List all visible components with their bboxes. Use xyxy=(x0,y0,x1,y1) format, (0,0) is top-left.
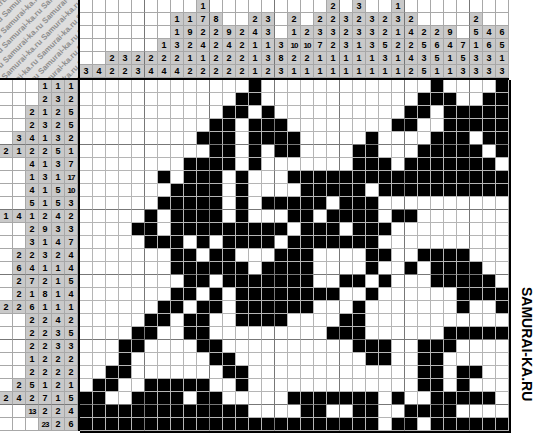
grid-cell[interactable] xyxy=(379,301,392,314)
grid-cell[interactable] xyxy=(353,366,366,379)
grid-cell[interactable] xyxy=(496,132,509,145)
grid-cell[interactable] xyxy=(457,197,470,210)
grid-cell[interactable] xyxy=(106,379,119,392)
grid-cell[interactable] xyxy=(132,184,145,197)
grid-cell[interactable] xyxy=(197,353,210,366)
grid-cell[interactable] xyxy=(262,158,275,171)
grid-cell[interactable] xyxy=(288,106,301,119)
grid-cell[interactable] xyxy=(275,392,288,405)
grid-cell[interactable] xyxy=(262,275,275,288)
grid-cell[interactable] xyxy=(262,132,275,145)
grid-cell[interactable] xyxy=(457,93,470,106)
grid-cell[interactable] xyxy=(301,249,314,262)
grid-cell[interactable] xyxy=(106,262,119,275)
grid-cell[interactable] xyxy=(288,314,301,327)
grid-cell[interactable] xyxy=(171,418,184,431)
grid-cell[interactable] xyxy=(262,288,275,301)
grid-cell[interactable] xyxy=(405,405,418,418)
grid-cell[interactable] xyxy=(483,418,496,431)
grid-cell[interactable] xyxy=(431,262,444,275)
grid-cell[interactable] xyxy=(314,418,327,431)
grid-cell[interactable] xyxy=(496,145,509,158)
grid-cell[interactable] xyxy=(249,405,262,418)
grid-cell[interactable] xyxy=(470,93,483,106)
grid-cell[interactable] xyxy=(470,353,483,366)
grid-cell[interactable] xyxy=(132,197,145,210)
grid-cell[interactable] xyxy=(314,145,327,158)
grid-cell[interactable] xyxy=(106,275,119,288)
grid-cell[interactable] xyxy=(379,353,392,366)
grid-cell[interactable] xyxy=(262,366,275,379)
grid-cell[interactable] xyxy=(106,353,119,366)
grid-cell[interactable] xyxy=(93,340,106,353)
grid-cell[interactable] xyxy=(379,314,392,327)
grid-cell[interactable] xyxy=(496,119,509,132)
grid-cell[interactable] xyxy=(132,288,145,301)
grid-cell[interactable] xyxy=(353,275,366,288)
grid-cell[interactable] xyxy=(236,158,249,171)
grid-cell[interactable] xyxy=(119,262,132,275)
grid-cell[interactable] xyxy=(366,379,379,392)
grid-cell[interactable] xyxy=(275,314,288,327)
grid-cell[interactable] xyxy=(275,379,288,392)
grid-cell[interactable] xyxy=(405,262,418,275)
grid-cell[interactable] xyxy=(132,366,145,379)
grid-cell[interactable] xyxy=(119,132,132,145)
grid-cell[interactable] xyxy=(210,106,223,119)
grid-cell[interactable] xyxy=(457,340,470,353)
grid-cell[interactable] xyxy=(327,301,340,314)
grid-cell[interactable] xyxy=(119,379,132,392)
grid-cell[interactable] xyxy=(353,106,366,119)
grid-cell[interactable] xyxy=(327,236,340,249)
grid-cell[interactable] xyxy=(327,145,340,158)
grid-cell[interactable] xyxy=(366,262,379,275)
grid-cell[interactable] xyxy=(392,171,405,184)
grid-cell[interactable] xyxy=(236,418,249,431)
grid-cell[interactable] xyxy=(366,249,379,262)
grid-cell[interactable] xyxy=(392,275,405,288)
grid-cell[interactable] xyxy=(366,418,379,431)
grid-cell[interactable] xyxy=(379,327,392,340)
grid-cell[interactable] xyxy=(171,106,184,119)
grid-cell[interactable] xyxy=(444,197,457,210)
grid-cell[interactable] xyxy=(132,236,145,249)
grid-cell[interactable] xyxy=(275,106,288,119)
grid-cell[interactable] xyxy=(288,405,301,418)
grid-cell[interactable] xyxy=(496,262,509,275)
grid-cell[interactable] xyxy=(470,392,483,405)
grid-cell[interactable] xyxy=(366,210,379,223)
grid-cell[interactable] xyxy=(483,314,496,327)
grid-cell[interactable] xyxy=(93,158,106,171)
grid-cell[interactable] xyxy=(431,405,444,418)
grid-cell[interactable] xyxy=(340,236,353,249)
grid-cell[interactable] xyxy=(392,327,405,340)
grid-cell[interactable] xyxy=(262,184,275,197)
grid-cell[interactable] xyxy=(353,236,366,249)
grid-cell[interactable] xyxy=(80,392,93,405)
grid-cell[interactable] xyxy=(184,418,197,431)
grid-cell[interactable] xyxy=(223,132,236,145)
grid-cell[interactable] xyxy=(288,80,301,93)
grid-cell[interactable] xyxy=(93,236,106,249)
grid-cell[interactable] xyxy=(80,340,93,353)
grid-cell[interactable] xyxy=(470,288,483,301)
grid-cell[interactable] xyxy=(132,327,145,340)
grid-cell[interactable] xyxy=(444,262,457,275)
grid-cell[interactable] xyxy=(184,106,197,119)
grid-cell[interactable] xyxy=(353,171,366,184)
grid-cell[interactable] xyxy=(132,80,145,93)
grid-cell[interactable] xyxy=(119,327,132,340)
grid-cell[interactable] xyxy=(327,80,340,93)
grid-cell[interactable] xyxy=(275,236,288,249)
grid-cell[interactable] xyxy=(249,301,262,314)
grid-cell[interactable] xyxy=(470,171,483,184)
grid-cell[interactable] xyxy=(444,132,457,145)
grid-cell[interactable] xyxy=(340,340,353,353)
grid-cell[interactable] xyxy=(379,340,392,353)
grid-cell[interactable] xyxy=(353,405,366,418)
grid-cell[interactable] xyxy=(249,379,262,392)
grid-cell[interactable] xyxy=(418,132,431,145)
grid-cell[interactable] xyxy=(288,353,301,366)
grid-cell[interactable] xyxy=(80,80,93,93)
grid-cell[interactable] xyxy=(236,132,249,145)
grid-cell[interactable] xyxy=(470,106,483,119)
grid-cell[interactable] xyxy=(132,145,145,158)
grid-cell[interactable] xyxy=(275,93,288,106)
grid-cell[interactable] xyxy=(236,314,249,327)
grid-cell[interactable] xyxy=(353,197,366,210)
grid-cell[interactable] xyxy=(483,184,496,197)
grid-cell[interactable] xyxy=(457,158,470,171)
grid-cell[interactable] xyxy=(379,158,392,171)
grid-cell[interactable] xyxy=(353,379,366,392)
grid-cell[interactable] xyxy=(483,340,496,353)
grid-cell[interactable] xyxy=(353,223,366,236)
grid-cell[interactable] xyxy=(444,418,457,431)
grid-cell[interactable] xyxy=(223,392,236,405)
grid-cell[interactable] xyxy=(275,288,288,301)
grid-cell[interactable] xyxy=(340,93,353,106)
grid-cell[interactable] xyxy=(210,366,223,379)
grid-cell[interactable] xyxy=(366,145,379,158)
grid-cell[interactable] xyxy=(171,262,184,275)
grid-cell[interactable] xyxy=(80,327,93,340)
grid-cell[interactable] xyxy=(80,353,93,366)
grid-cell[interactable] xyxy=(197,236,210,249)
grid-cell[interactable] xyxy=(301,184,314,197)
grid-cell[interactable] xyxy=(275,132,288,145)
grid-cell[interactable] xyxy=(210,223,223,236)
grid-cell[interactable] xyxy=(262,301,275,314)
grid-cell[interactable] xyxy=(171,327,184,340)
grid-cell[interactable] xyxy=(158,249,171,262)
grid-cell[interactable] xyxy=(418,145,431,158)
grid-cell[interactable] xyxy=(444,249,457,262)
grid-cell[interactable] xyxy=(275,301,288,314)
grid-cell[interactable] xyxy=(366,223,379,236)
grid-cell[interactable] xyxy=(327,392,340,405)
grid-cell[interactable] xyxy=(119,106,132,119)
grid-cell[interactable] xyxy=(93,210,106,223)
grid-cell[interactable] xyxy=(340,275,353,288)
grid-cell[interactable] xyxy=(184,275,197,288)
grid-cell[interactable] xyxy=(80,197,93,210)
grid-cell[interactable] xyxy=(223,340,236,353)
grid-cell[interactable] xyxy=(80,145,93,158)
grid-cell[interactable] xyxy=(301,353,314,366)
grid-cell[interactable] xyxy=(262,171,275,184)
grid-cell[interactable] xyxy=(275,197,288,210)
grid-cell[interactable] xyxy=(106,184,119,197)
grid-cell[interactable] xyxy=(483,119,496,132)
grid-cell[interactable] xyxy=(418,314,431,327)
grid-cell[interactable] xyxy=(353,158,366,171)
grid-cell[interactable] xyxy=(483,80,496,93)
grid-cell[interactable] xyxy=(314,223,327,236)
grid-cell[interactable] xyxy=(496,236,509,249)
grid-cell[interactable] xyxy=(340,405,353,418)
grid-cell[interactable] xyxy=(340,301,353,314)
grid-cell[interactable] xyxy=(262,379,275,392)
grid-cell[interactable] xyxy=(145,171,158,184)
grid-cell[interactable] xyxy=(444,392,457,405)
grid-cell[interactable] xyxy=(288,275,301,288)
grid-cell[interactable] xyxy=(314,405,327,418)
grid-cell[interactable] xyxy=(171,145,184,158)
grid-cell[interactable] xyxy=(236,145,249,158)
grid-cell[interactable] xyxy=(314,158,327,171)
grid-cell[interactable] xyxy=(93,275,106,288)
grid-cell[interactable] xyxy=(158,158,171,171)
grid-cell[interactable] xyxy=(496,171,509,184)
grid-cell[interactable] xyxy=(145,249,158,262)
grid-cell[interactable] xyxy=(483,379,496,392)
grid-cell[interactable] xyxy=(223,171,236,184)
grid-cell[interactable] xyxy=(210,392,223,405)
grid-cell[interactable] xyxy=(314,366,327,379)
grid-cell[interactable] xyxy=(483,236,496,249)
grid-cell[interactable] xyxy=(184,249,197,262)
grid-cell[interactable] xyxy=(301,158,314,171)
grid-cell[interactable] xyxy=(249,80,262,93)
grid-cell[interactable] xyxy=(353,418,366,431)
grid-cell[interactable] xyxy=(171,158,184,171)
grid-cell[interactable] xyxy=(223,236,236,249)
grid-cell[interactable] xyxy=(210,249,223,262)
grid-cell[interactable] xyxy=(444,145,457,158)
grid-cell[interactable] xyxy=(379,197,392,210)
grid-cell[interactable] xyxy=(340,184,353,197)
grid-cell[interactable] xyxy=(418,405,431,418)
grid-cell[interactable] xyxy=(210,184,223,197)
grid-cell[interactable] xyxy=(262,197,275,210)
grid-cell[interactable] xyxy=(444,366,457,379)
grid-cell[interactable] xyxy=(470,210,483,223)
grid-cell[interactable] xyxy=(444,379,457,392)
grid-cell[interactable] xyxy=(457,418,470,431)
grid-cell[interactable] xyxy=(158,301,171,314)
grid-cell[interactable] xyxy=(496,327,509,340)
grid-cell[interactable] xyxy=(275,223,288,236)
grid-cell[interactable] xyxy=(379,379,392,392)
grid-cell[interactable] xyxy=(80,184,93,197)
grid-cell[interactable] xyxy=(431,275,444,288)
grid-cell[interactable] xyxy=(119,145,132,158)
grid-cell[interactable] xyxy=(405,327,418,340)
grid-cell[interactable] xyxy=(210,418,223,431)
grid-cell[interactable] xyxy=(236,93,249,106)
grid-cell[interactable] xyxy=(327,223,340,236)
grid-cell[interactable] xyxy=(249,93,262,106)
grid-cell[interactable] xyxy=(496,249,509,262)
grid-cell[interactable] xyxy=(301,80,314,93)
grid-cell[interactable] xyxy=(470,132,483,145)
grid-cell[interactable] xyxy=(145,366,158,379)
grid-cell[interactable] xyxy=(80,418,93,431)
grid-cell[interactable] xyxy=(119,366,132,379)
grid-cell[interactable] xyxy=(483,301,496,314)
grid-cell[interactable] xyxy=(327,171,340,184)
grid-cell[interactable] xyxy=(223,379,236,392)
grid-cell[interactable] xyxy=(275,158,288,171)
grid-cell[interactable] xyxy=(236,366,249,379)
grid-cell[interactable] xyxy=(496,223,509,236)
grid-cell[interactable] xyxy=(119,288,132,301)
grid-cell[interactable] xyxy=(483,210,496,223)
grid-cell[interactable] xyxy=(457,106,470,119)
grid-cell[interactable] xyxy=(210,314,223,327)
grid-cell[interactable] xyxy=(444,171,457,184)
grid-cell[interactable] xyxy=(366,106,379,119)
grid-cell[interactable] xyxy=(496,379,509,392)
grid-cell[interactable] xyxy=(353,210,366,223)
grid-cell[interactable] xyxy=(340,197,353,210)
grid-cell[interactable] xyxy=(353,184,366,197)
grid-cell[interactable] xyxy=(431,93,444,106)
grid-cell[interactable] xyxy=(301,223,314,236)
grid-cell[interactable] xyxy=(158,197,171,210)
grid-cell[interactable] xyxy=(483,353,496,366)
grid-cell[interactable] xyxy=(223,405,236,418)
grid-cell[interactable] xyxy=(327,405,340,418)
grid-cell[interactable] xyxy=(223,80,236,93)
grid-cell[interactable] xyxy=(106,340,119,353)
grid-cell[interactable] xyxy=(301,275,314,288)
grid-cell[interactable] xyxy=(210,171,223,184)
grid-cell[interactable] xyxy=(301,171,314,184)
grid-cell[interactable] xyxy=(197,184,210,197)
grid-cell[interactable] xyxy=(301,106,314,119)
grid-cell[interactable] xyxy=(457,171,470,184)
grid-cell[interactable] xyxy=(301,340,314,353)
grid-cell[interactable] xyxy=(418,236,431,249)
grid-cell[interactable] xyxy=(184,340,197,353)
grid-cell[interactable] xyxy=(418,301,431,314)
grid-cell[interactable] xyxy=(379,145,392,158)
grid-cell[interactable] xyxy=(405,145,418,158)
grid-cell[interactable] xyxy=(171,392,184,405)
grid-cell[interactable] xyxy=(119,197,132,210)
grid-cell[interactable] xyxy=(457,327,470,340)
grid-cell[interactable] xyxy=(418,197,431,210)
grid-cell[interactable] xyxy=(327,418,340,431)
grid-cell[interactable] xyxy=(314,327,327,340)
grid-cell[interactable] xyxy=(353,301,366,314)
grid-cell[interactable] xyxy=(197,379,210,392)
grid-cell[interactable] xyxy=(132,93,145,106)
grid-cell[interactable] xyxy=(379,132,392,145)
grid-cell[interactable] xyxy=(314,171,327,184)
grid-cell[interactable] xyxy=(444,184,457,197)
grid-cell[interactable] xyxy=(392,288,405,301)
grid-cell[interactable] xyxy=(80,223,93,236)
grid-cell[interactable] xyxy=(340,262,353,275)
grid-cell[interactable] xyxy=(132,275,145,288)
grid-cell[interactable] xyxy=(80,210,93,223)
grid-cell[interactable] xyxy=(210,327,223,340)
grid-cell[interactable] xyxy=(405,119,418,132)
grid-cell[interactable] xyxy=(223,353,236,366)
grid-cell[interactable] xyxy=(275,405,288,418)
grid-cell[interactable] xyxy=(392,184,405,197)
grid-cell[interactable] xyxy=(405,418,418,431)
grid-cell[interactable] xyxy=(327,197,340,210)
grid-cell[interactable] xyxy=(119,119,132,132)
grid-cell[interactable] xyxy=(366,340,379,353)
grid-cell[interactable] xyxy=(197,405,210,418)
grid-cell[interactable] xyxy=(405,340,418,353)
grid-cell[interactable] xyxy=(132,223,145,236)
grid-cell[interactable] xyxy=(392,158,405,171)
grid-cell[interactable] xyxy=(80,119,93,132)
grid-cell[interactable] xyxy=(496,288,509,301)
grid-cell[interactable] xyxy=(444,301,457,314)
grid-cell[interactable] xyxy=(405,366,418,379)
grid-cell[interactable] xyxy=(301,132,314,145)
grid-cell[interactable] xyxy=(340,249,353,262)
grid-cell[interactable] xyxy=(106,132,119,145)
grid-cell[interactable] xyxy=(184,262,197,275)
grid-cell[interactable] xyxy=(93,197,106,210)
grid-cell[interactable] xyxy=(93,314,106,327)
grid-cell[interactable] xyxy=(236,171,249,184)
grid-cell[interactable] xyxy=(470,158,483,171)
grid-cell[interactable] xyxy=(405,353,418,366)
grid-cell[interactable] xyxy=(93,171,106,184)
grid-cell[interactable] xyxy=(171,132,184,145)
grid-cell[interactable] xyxy=(262,210,275,223)
grid-cell[interactable] xyxy=(457,262,470,275)
grid-cell[interactable] xyxy=(444,275,457,288)
grid-cell[interactable] xyxy=(314,379,327,392)
grid-cell[interactable] xyxy=(262,106,275,119)
grid-cell[interactable] xyxy=(197,340,210,353)
grid-cell[interactable] xyxy=(444,327,457,340)
grid-cell[interactable] xyxy=(236,236,249,249)
grid-cell[interactable] xyxy=(483,145,496,158)
grid-cell[interactable] xyxy=(379,249,392,262)
grid-cell[interactable] xyxy=(197,366,210,379)
grid-cell[interactable] xyxy=(249,158,262,171)
grid-cell[interactable] xyxy=(93,119,106,132)
grid-cell[interactable] xyxy=(470,236,483,249)
grid-cell[interactable] xyxy=(366,288,379,301)
grid-cell[interactable] xyxy=(457,301,470,314)
